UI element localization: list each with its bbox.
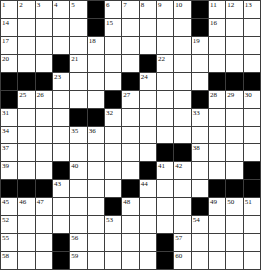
cell[interactable] — [105, 144, 122, 162]
cell[interactable]: 24 — [140, 73, 157, 91]
cell[interactable]: 22 — [157, 55, 174, 73]
black-cell — [174, 144, 191, 162]
cell[interactable] — [105, 162, 122, 180]
black-cell — [209, 73, 226, 91]
cell[interactable] — [174, 180, 191, 198]
cell[interactable] — [174, 216, 191, 234]
black-cell — [192, 19, 209, 37]
cell[interactable] — [53, 144, 70, 162]
cell[interactable] — [36, 234, 53, 252]
cell[interactable] — [140, 144, 157, 162]
clue-number: 58 — [2, 252, 9, 260]
clue-number: 3 — [37, 1, 41, 9]
cell[interactable] — [53, 19, 70, 37]
cell[interactable] — [53, 37, 70, 55]
cell[interactable]: 49 — [209, 198, 226, 216]
cell[interactable] — [226, 127, 243, 145]
cell[interactable]: 9 — [157, 1, 174, 19]
cell[interactable] — [53, 198, 70, 216]
black-cell — [209, 180, 226, 198]
clue-number: 34 — [2, 127, 9, 135]
clue-number: 5 — [71, 1, 75, 9]
clue-number: 7 — [123, 1, 127, 9]
cell[interactable]: 58 — [1, 252, 18, 270]
cell[interactable] — [36, 19, 53, 37]
clue-number: 44 — [141, 180, 148, 188]
cell[interactable] — [244, 216, 261, 234]
cell[interactable] — [18, 37, 35, 55]
black-cell — [192, 1, 209, 19]
cell[interactable] — [70, 73, 87, 91]
black-cell — [192, 91, 209, 109]
clue-number: 55 — [2, 234, 9, 242]
cell[interactable]: 41 — [157, 162, 174, 180]
cell[interactable] — [244, 252, 261, 270]
clue-number: 13 — [245, 1, 252, 9]
clue-number: 25 — [19, 91, 26, 99]
clue-number: 35 — [71, 127, 78, 135]
cell[interactable]: 12 — [226, 1, 243, 19]
cell[interactable]: 13 — [244, 1, 261, 19]
clue-number: 29 — [227, 91, 234, 99]
cell[interactable] — [226, 234, 243, 252]
clue-number: 11 — [210, 1, 217, 9]
cell[interactable]: 26 — [36, 91, 53, 109]
cell[interactable]: 31 — [1, 109, 18, 127]
cell[interactable] — [209, 162, 226, 180]
cell[interactable] — [105, 37, 122, 55]
cell[interactable] — [70, 216, 87, 234]
clue-number: 2 — [19, 1, 23, 9]
clue-number: 32 — [106, 109, 113, 117]
cell[interactable]: 15 — [105, 19, 122, 37]
black-cell — [157, 144, 174, 162]
cell[interactable] — [157, 216, 174, 234]
cell[interactable] — [36, 252, 53, 270]
cell[interactable] — [174, 198, 191, 216]
clue-number: 42 — [175, 162, 182, 170]
cell[interactable] — [70, 198, 87, 216]
cell[interactable] — [226, 55, 243, 73]
cell[interactable] — [157, 180, 174, 198]
clue-number: 47 — [37, 198, 44, 206]
clue-number: 31 — [2, 109, 9, 117]
black-cell — [53, 234, 70, 252]
cell[interactable]: 16 — [209, 19, 226, 37]
cell[interactable]: 30 — [244, 91, 261, 109]
cell[interactable] — [36, 162, 53, 180]
cell[interactable]: 32 — [105, 109, 122, 127]
clue-number: 38 — [193, 144, 200, 152]
black-cell — [157, 234, 174, 252]
cell[interactable] — [36, 127, 53, 145]
clue-number: 39 — [2, 162, 9, 170]
clue-number: 48 — [123, 198, 130, 206]
black-cell — [53, 55, 70, 73]
black-cell — [36, 180, 53, 198]
cell[interactable] — [157, 37, 174, 55]
black-cell — [53, 252, 70, 270]
cell[interactable] — [88, 252, 105, 270]
cell[interactable] — [88, 91, 105, 109]
cell[interactable] — [140, 198, 157, 216]
clue-number: 27 — [123, 91, 130, 99]
cell[interactable] — [36, 144, 53, 162]
crossword-grid: 1234567891011121314151617181920212223242… — [0, 0, 261, 270]
clue-number: 56 — [71, 234, 78, 242]
cell[interactable] — [157, 19, 174, 37]
cell[interactable] — [88, 234, 105, 252]
cell[interactable] — [157, 127, 174, 145]
cell[interactable] — [157, 109, 174, 127]
cell[interactable] — [18, 144, 35, 162]
cell[interactable] — [209, 252, 226, 270]
clue-number: 8 — [141, 1, 145, 9]
cell[interactable]: 3 — [36, 1, 53, 19]
clue-number: 41 — [158, 162, 165, 170]
black-cell — [88, 19, 105, 37]
cell[interactable]: 4 — [53, 1, 70, 19]
cell[interactable] — [192, 73, 209, 91]
cell[interactable] — [209, 37, 226, 55]
black-cell — [18, 180, 35, 198]
cell[interactable] — [18, 55, 35, 73]
cell[interactable] — [140, 234, 157, 252]
cell[interactable] — [209, 234, 226, 252]
cell[interactable]: 42 — [174, 162, 191, 180]
clue-number: 24 — [141, 73, 148, 81]
black-cell — [244, 180, 261, 198]
cell[interactable] — [174, 37, 191, 55]
cell[interactable] — [174, 55, 191, 73]
black-cell — [244, 73, 261, 91]
black-cell — [226, 180, 243, 198]
clue-number: 43 — [54, 180, 61, 188]
cell[interactable]: 20 — [1, 55, 18, 73]
cell[interactable]: 33 — [192, 109, 209, 127]
cell[interactable] — [192, 162, 209, 180]
cell[interactable] — [244, 55, 261, 73]
clue-number: 4 — [54, 1, 58, 9]
clue-number: 37 — [2, 144, 9, 152]
cell[interactable] — [157, 198, 174, 216]
cell[interactable]: 43 — [53, 180, 70, 198]
clue-number: 45 — [2, 198, 9, 206]
cell[interactable] — [53, 127, 70, 145]
clue-number: 6 — [106, 1, 110, 9]
cell[interactable] — [192, 127, 209, 145]
cell[interactable] — [18, 252, 35, 270]
cell[interactable] — [174, 73, 191, 91]
clue-number: 12 — [227, 1, 234, 9]
cell[interactable] — [105, 252, 122, 270]
cell[interactable] — [122, 127, 139, 145]
cell[interactable]: 36 — [88, 127, 105, 145]
cell[interactable]: 40 — [70, 162, 87, 180]
cell[interactable] — [70, 180, 87, 198]
black-cell — [88, 1, 105, 19]
cell[interactable] — [88, 144, 105, 162]
cell[interactable] — [226, 216, 243, 234]
cell[interactable] — [105, 73, 122, 91]
cell[interactable] — [157, 73, 174, 91]
clue-number: 36 — [89, 127, 96, 135]
black-cell — [105, 91, 122, 109]
black-cell — [36, 73, 53, 91]
cell[interactable] — [226, 109, 243, 127]
clue-number: 10 — [175, 1, 182, 9]
black-cell — [53, 162, 70, 180]
cell[interactable] — [140, 19, 157, 37]
cell[interactable] — [36, 55, 53, 73]
cell[interactable] — [88, 180, 105, 198]
clue-number: 53 — [106, 216, 113, 224]
cell[interactable]: 25 — [18, 91, 35, 109]
cell[interactable] — [122, 19, 139, 37]
cell[interactable]: 11 — [209, 1, 226, 19]
cell[interactable] — [105, 55, 122, 73]
cell[interactable] — [53, 109, 70, 127]
cell[interactable]: 21 — [70, 55, 87, 73]
cell[interactable] — [18, 19, 35, 37]
cell[interactable] — [88, 55, 105, 73]
cell[interactable] — [244, 109, 261, 127]
clue-number: 23 — [54, 73, 61, 81]
clue-number: 18 — [89, 37, 96, 45]
clue-number: 40 — [71, 162, 78, 170]
cell[interactable]: 10 — [174, 1, 191, 19]
cell[interactable] — [140, 91, 157, 109]
cell[interactable] — [174, 19, 191, 37]
black-cell — [1, 73, 18, 91]
clue-number: 16 — [210, 19, 217, 27]
cell[interactable] — [226, 252, 243, 270]
cell[interactable] — [18, 234, 35, 252]
black-cell — [70, 109, 87, 127]
cell[interactable]: 27 — [122, 91, 139, 109]
cell[interactable] — [209, 55, 226, 73]
cell[interactable] — [226, 19, 243, 37]
clue-number: 54 — [193, 216, 200, 224]
cell[interactable]: 14 — [1, 19, 18, 37]
cell[interactable]: 51 — [244, 198, 261, 216]
black-cell — [140, 162, 157, 180]
cell[interactable]: 57 — [174, 234, 191, 252]
cell[interactable] — [192, 55, 209, 73]
cell[interactable]: 56 — [70, 234, 87, 252]
cell[interactable]: 8 — [140, 1, 157, 19]
black-cell — [122, 73, 139, 91]
clue-number: 1 — [2, 1, 6, 9]
cell[interactable]: 37 — [1, 144, 18, 162]
clue-number: 14 — [2, 19, 9, 27]
clue-number: 20 — [2, 55, 9, 63]
cell[interactable] — [174, 91, 191, 109]
clue-number: 9 — [158, 1, 162, 9]
clue-number: 57 — [175, 234, 182, 242]
clue-number: 19 — [193, 37, 200, 45]
cell[interactable] — [18, 109, 35, 127]
clue-number: 52 — [2, 216, 9, 224]
black-cell — [122, 180, 139, 198]
cell[interactable] — [140, 37, 157, 55]
cell[interactable] — [36, 37, 53, 55]
cell[interactable] — [88, 162, 105, 180]
clue-number: 33 — [193, 109, 200, 117]
cell[interactable] — [122, 55, 139, 73]
cell[interactable]: 23 — [53, 73, 70, 91]
cell[interactable] — [209, 216, 226, 234]
cell[interactable] — [105, 180, 122, 198]
black-cell — [88, 109, 105, 127]
cell[interactable] — [244, 234, 261, 252]
black-cell — [244, 162, 261, 180]
cell[interactable] — [244, 37, 261, 55]
cell[interactable] — [88, 198, 105, 216]
cell[interactable] — [88, 216, 105, 234]
cell[interactable] — [18, 162, 35, 180]
clue-number: 22 — [158, 55, 165, 63]
cell[interactable] — [18, 216, 35, 234]
cell[interactable]: 28 — [209, 91, 226, 109]
cell[interactable]: 35 — [70, 127, 87, 145]
cell[interactable] — [122, 144, 139, 162]
cell[interactable] — [36, 216, 53, 234]
cell[interactable]: 46 — [18, 198, 35, 216]
cell[interactable]: 19 — [192, 37, 209, 55]
cell[interactable] — [140, 252, 157, 270]
cell[interactable]: 6 — [105, 1, 122, 19]
cell[interactable] — [244, 19, 261, 37]
cell[interactable] — [140, 127, 157, 145]
cell[interactable]: 60 — [174, 252, 191, 270]
black-cell — [226, 73, 243, 91]
black-cell — [192, 198, 209, 216]
cell[interactable]: 39 — [1, 162, 18, 180]
cell[interactable] — [174, 109, 191, 127]
cell[interactable] — [88, 73, 105, 91]
cell[interactable]: 38 — [192, 144, 209, 162]
cell[interactable]: 2 — [18, 1, 35, 19]
cell[interactable]: 48 — [122, 198, 139, 216]
cell[interactable]: 47 — [36, 198, 53, 216]
clue-number: 50 — [227, 198, 234, 206]
cell[interactable] — [174, 127, 191, 145]
black-cell — [140, 55, 157, 73]
clue-number: 49 — [210, 198, 217, 206]
black-cell — [157, 252, 174, 270]
cell[interactable]: 53 — [105, 216, 122, 234]
cell[interactable] — [122, 109, 139, 127]
clue-number: 46 — [19, 198, 26, 206]
cell[interactable]: 59 — [70, 252, 87, 270]
cell[interactable] — [226, 37, 243, 55]
clue-number: 60 — [175, 252, 182, 260]
cell[interactable]: 52 — [1, 216, 18, 234]
cell[interactable]: 29 — [226, 91, 243, 109]
clue-number: 21 — [71, 55, 78, 63]
black-cell — [1, 91, 18, 109]
cell[interactable] — [209, 144, 226, 162]
crossword-board: 1234567891011121314151617181920212223242… — [0, 0, 261, 270]
cell[interactable] — [36, 109, 53, 127]
cell[interactable]: 1 — [1, 1, 18, 19]
cell[interactable] — [70, 91, 87, 109]
clue-number: 15 — [106, 19, 113, 27]
cell[interactable]: 55 — [1, 234, 18, 252]
cell[interactable] — [53, 91, 70, 109]
clue-number: 26 — [37, 91, 44, 99]
cell[interactable] — [244, 127, 261, 145]
clue-number: 17 — [2, 37, 9, 45]
cell[interactable] — [192, 234, 209, 252]
cell[interactable] — [70, 144, 87, 162]
cell[interactable] — [209, 127, 226, 145]
cell[interactable] — [244, 144, 261, 162]
cell[interactable] — [226, 162, 243, 180]
black-cell — [18, 73, 35, 91]
cell[interactable] — [122, 162, 139, 180]
cell[interactable]: 18 — [88, 37, 105, 55]
cell[interactable] — [53, 216, 70, 234]
clue-number: 59 — [71, 252, 78, 260]
cell[interactable] — [105, 234, 122, 252]
cell[interactable] — [70, 37, 87, 55]
cell[interactable] — [70, 19, 87, 37]
cell[interactable]: 5 — [70, 1, 87, 19]
black-cell — [105, 198, 122, 216]
cell[interactable]: 45 — [1, 198, 18, 216]
cell[interactable] — [192, 252, 209, 270]
cell[interactable]: 17 — [1, 37, 18, 55]
cell[interactable]: 50 — [226, 198, 243, 216]
cell[interactable] — [122, 37, 139, 55]
cell[interactable]: 7 — [122, 1, 139, 19]
black-cell — [1, 180, 18, 198]
cell[interactable] — [157, 91, 174, 109]
cell[interactable] — [122, 252, 139, 270]
clue-number: 51 — [245, 198, 252, 206]
cell[interactable] — [18, 127, 35, 145]
clue-number: 30 — [245, 91, 252, 99]
cell[interactable] — [192, 180, 209, 198]
cell[interactable] — [226, 144, 243, 162]
cell[interactable] — [122, 216, 139, 234]
cell[interactable] — [209, 109, 226, 127]
cell[interactable] — [105, 127, 122, 145]
cell[interactable]: 34 — [1, 127, 18, 145]
cell[interactable]: 44 — [140, 180, 157, 198]
cell[interactable]: 54 — [192, 216, 209, 234]
clue-number: 28 — [210, 91, 217, 99]
cell[interactable] — [140, 109, 157, 127]
cell[interactable] — [140, 216, 157, 234]
cell[interactable] — [122, 234, 139, 252]
